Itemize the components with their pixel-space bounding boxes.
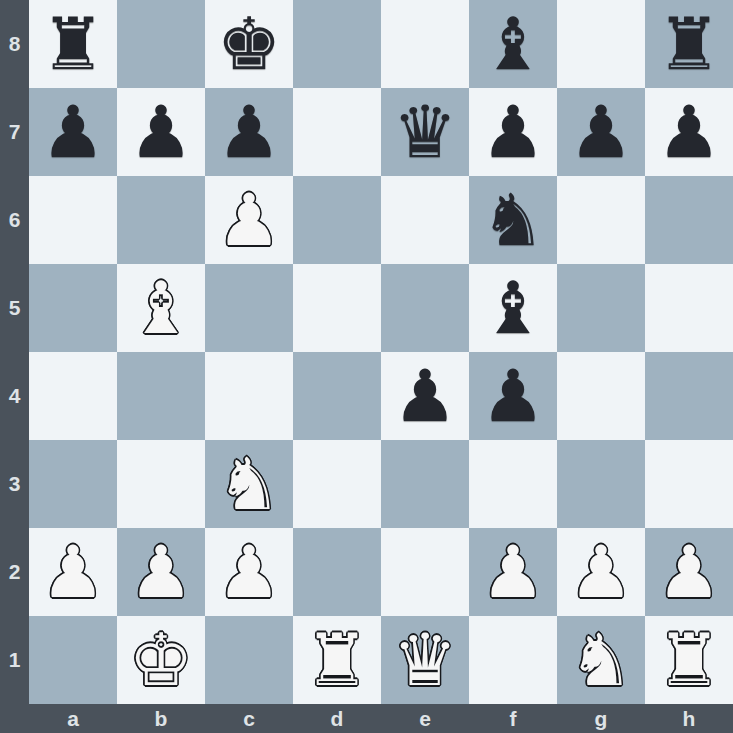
square-g3[interactable]	[557, 440, 645, 528]
rank-label-3: 3	[0, 440, 29, 528]
piece-white-rook-d1[interactable]: ♜	[305, 616, 370, 704]
square-g7[interactable]: ♟	[557, 88, 645, 176]
piece-white-rook-h1[interactable]: ♜	[657, 616, 722, 704]
square-f1[interactable]	[469, 616, 557, 704]
square-g8[interactable]	[557, 0, 645, 88]
piece-black-pawn-a7[interactable]: ♟	[41, 88, 106, 176]
piece-white-pawn-f2[interactable]: ♟	[481, 528, 546, 616]
piece-black-rook-a8[interactable]: ♜	[41, 0, 106, 88]
square-d2[interactable]	[293, 528, 381, 616]
square-g5[interactable]	[557, 264, 645, 352]
square-c1[interactable]	[205, 616, 293, 704]
piece-black-pawn-f4[interactable]: ♟	[481, 352, 546, 440]
file-label-a: a	[29, 704, 117, 733]
square-h4[interactable]	[645, 352, 733, 440]
rank-label-2: 2	[0, 528, 29, 616]
piece-black-king-c8[interactable]: ♚	[217, 0, 282, 88]
file-label-h: h	[645, 704, 733, 733]
square-h3[interactable]	[645, 440, 733, 528]
square-g2[interactable]: ♟	[557, 528, 645, 616]
piece-black-bishop-f8[interactable]: ♝	[481, 0, 546, 88]
square-e6[interactable]	[381, 176, 469, 264]
piece-black-pawn-h7[interactable]: ♟	[657, 88, 722, 176]
square-d3[interactable]	[293, 440, 381, 528]
square-e5[interactable]	[381, 264, 469, 352]
square-d5[interactable]	[293, 264, 381, 352]
file-label-d: d	[293, 704, 381, 733]
square-f7[interactable]: ♟	[469, 88, 557, 176]
square-f3[interactable]	[469, 440, 557, 528]
file-label-b: b	[117, 704, 205, 733]
piece-black-queen-e7[interactable]: ♛	[393, 88, 458, 176]
square-h8[interactable]: ♜	[645, 0, 733, 88]
square-c8[interactable]: ♚	[205, 0, 293, 88]
piece-black-knight-f6[interactable]: ♞	[481, 176, 546, 264]
square-f8[interactable]: ♝	[469, 0, 557, 88]
piece-white-queen-e1[interactable]: ♛	[393, 616, 458, 704]
square-e4[interactable]: ♟	[381, 352, 469, 440]
piece-white-king-b1[interactable]: ♚	[129, 616, 194, 704]
piece-black-rook-h8[interactable]: ♜	[657, 0, 722, 88]
square-h5[interactable]	[645, 264, 733, 352]
rank-label-1: 1	[0, 616, 29, 704]
square-a7[interactable]: ♟	[29, 88, 117, 176]
piece-black-pawn-c7[interactable]: ♟	[217, 88, 282, 176]
square-e8[interactable]	[381, 0, 469, 88]
piece-white-pawn-b2[interactable]: ♟	[129, 528, 194, 616]
square-d4[interactable]	[293, 352, 381, 440]
square-a1[interactable]	[29, 616, 117, 704]
square-e7[interactable]: ♛	[381, 88, 469, 176]
piece-black-pawn-f7[interactable]: ♟	[481, 88, 546, 176]
square-d8[interactable]	[293, 0, 381, 88]
square-b8[interactable]	[117, 0, 205, 88]
square-f5[interactable]: ♝	[469, 264, 557, 352]
rank-label-6: 6	[0, 176, 29, 264]
square-e1[interactable]: ♛	[381, 616, 469, 704]
square-h2[interactable]: ♟	[645, 528, 733, 616]
square-b4[interactable]	[117, 352, 205, 440]
square-a2[interactable]: ♟	[29, 528, 117, 616]
square-f2[interactable]: ♟	[469, 528, 557, 616]
square-h1[interactable]: ♜	[645, 616, 733, 704]
square-h7[interactable]: ♟	[645, 88, 733, 176]
square-a6[interactable]	[29, 176, 117, 264]
board-grid: 8♜♚♝♜7♟♟♟♛♟♟♟6♟♞5♝♝4♟♟3♞2♟♟♟♟♟♟1♚♜♛♞♜abc…	[0, 0, 733, 733]
piece-white-bishop-b5[interactable]: ♝	[129, 264, 194, 352]
piece-black-bishop-f5[interactable]: ♝	[481, 264, 546, 352]
piece-white-knight-c3[interactable]: ♞	[217, 440, 282, 528]
square-c6[interactable]: ♟	[205, 176, 293, 264]
square-b6[interactable]	[117, 176, 205, 264]
square-g4[interactable]	[557, 352, 645, 440]
square-a3[interactable]	[29, 440, 117, 528]
rank-label-8: 8	[0, 0, 29, 88]
piece-white-knight-g1[interactable]: ♞	[569, 616, 634, 704]
square-a8[interactable]: ♜	[29, 0, 117, 88]
file-label-f: f	[469, 704, 557, 733]
square-h6[interactable]	[645, 176, 733, 264]
board-frame-corner	[0, 704, 29, 733]
chess-board: 8♜♚♝♜7♟♟♟♛♟♟♟6♟♞5♝♝4♟♟3♞2♟♟♟♟♟♟1♚♜♛♞♜abc…	[0, 0, 733, 733]
square-b7[interactable]: ♟	[117, 88, 205, 176]
square-c5[interactable]	[205, 264, 293, 352]
square-a5[interactable]	[29, 264, 117, 352]
square-d7[interactable]	[293, 88, 381, 176]
square-e2[interactable]	[381, 528, 469, 616]
rank-label-4: 4	[0, 352, 29, 440]
piece-white-pawn-c6[interactable]: ♟	[217, 176, 282, 264]
square-f6[interactable]: ♞	[469, 176, 557, 264]
square-g1[interactable]: ♞	[557, 616, 645, 704]
square-c4[interactable]	[205, 352, 293, 440]
piece-black-pawn-g7[interactable]: ♟	[569, 88, 634, 176]
piece-white-pawn-h2[interactable]: ♟	[657, 528, 722, 616]
file-label-e: e	[381, 704, 469, 733]
piece-black-pawn-b7[interactable]: ♟	[129, 88, 194, 176]
piece-white-pawn-a2[interactable]: ♟	[41, 528, 106, 616]
square-b5[interactable]: ♝	[117, 264, 205, 352]
file-label-c: c	[205, 704, 293, 733]
square-c2[interactable]: ♟	[205, 528, 293, 616]
square-b3[interactable]	[117, 440, 205, 528]
square-f4[interactable]: ♟	[469, 352, 557, 440]
square-g6[interactable]	[557, 176, 645, 264]
square-d1[interactable]: ♜	[293, 616, 381, 704]
square-a4[interactable]	[29, 352, 117, 440]
square-c7[interactable]: ♟	[205, 88, 293, 176]
piece-white-pawn-c2[interactable]: ♟	[217, 528, 282, 616]
square-e3[interactable]	[381, 440, 469, 528]
square-c3[interactable]: ♞	[205, 440, 293, 528]
rank-label-7: 7	[0, 88, 29, 176]
file-label-g: g	[557, 704, 645, 733]
square-d6[interactable]	[293, 176, 381, 264]
square-b1[interactable]: ♚	[117, 616, 205, 704]
square-b2[interactable]: ♟	[117, 528, 205, 616]
piece-black-pawn-e4[interactable]: ♟	[393, 352, 458, 440]
rank-label-5: 5	[0, 264, 29, 352]
piece-white-pawn-g2[interactable]: ♟	[569, 528, 634, 616]
